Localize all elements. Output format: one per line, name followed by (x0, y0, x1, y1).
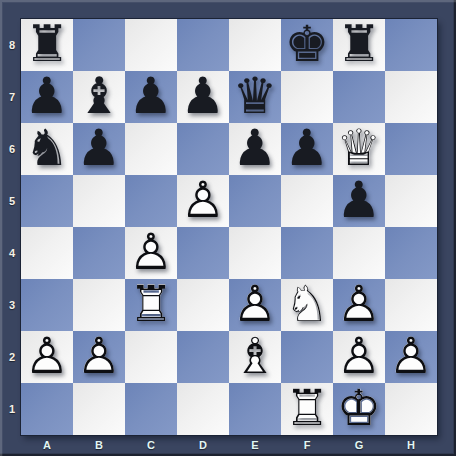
file-labels: ABCDEFGH (21, 437, 437, 456)
piece-white-pawn[interactable]: ♟♙ (125, 227, 177, 279)
black-pawn-icon: ♟ (229, 123, 281, 175)
square-a6[interactable]: ♞ (21, 123, 73, 175)
square-d4[interactable] (177, 227, 229, 279)
piece-black-pawn[interactable]: ♟ (333, 175, 385, 227)
file-label-g: G (333, 437, 385, 456)
piece-white-pawn[interactable]: ♟♙ (177, 175, 229, 227)
piece-black-knight[interactable]: ♞ (21, 123, 73, 175)
black-pawn-icon: ♟ (177, 71, 229, 123)
piece-white-rook[interactable]: ♜♖ (281, 383, 333, 435)
square-h8[interactable] (385, 19, 437, 71)
white-pawn-icon: ♙ (21, 331, 73, 383)
square-c5[interactable] (125, 175, 177, 227)
square-e5[interactable] (229, 175, 281, 227)
file-label-a: A (21, 437, 73, 456)
square-b7[interactable]: ♝ (73, 71, 125, 123)
square-c7[interactable]: ♟ (125, 71, 177, 123)
white-knight-icon: ♘ (281, 279, 333, 331)
piece-white-pawn[interactable]: ♟♙ (229, 279, 281, 331)
rank-label-8: 8 (0, 19, 21, 71)
rank-label-4: 4 (0, 227, 21, 279)
rank-label-7: 7 (0, 71, 21, 123)
square-g4[interactable] (333, 227, 385, 279)
square-c3[interactable]: ♜♖ (125, 279, 177, 331)
white-pawn-icon: ♙ (229, 279, 281, 331)
piece-black-bishop[interactable]: ♝ (73, 71, 125, 123)
white-pawn-icon: ♙ (333, 279, 385, 331)
piece-black-pawn[interactable]: ♟ (177, 71, 229, 123)
square-c2[interactable] (125, 331, 177, 383)
square-d1[interactable] (177, 383, 229, 435)
piece-white-pawn[interactable]: ♟♙ (333, 279, 385, 331)
square-d3[interactable] (177, 279, 229, 331)
square-f7[interactable] (281, 71, 333, 123)
square-d8[interactable] (177, 19, 229, 71)
piece-black-queen[interactable]: ♛ (229, 71, 281, 123)
piece-white-king[interactable]: ♚♔ (333, 383, 385, 435)
square-h1[interactable] (385, 383, 437, 435)
black-pawn-icon: ♟ (21, 71, 73, 123)
square-b4[interactable] (73, 227, 125, 279)
square-b3[interactable] (73, 279, 125, 331)
file-label-e: E (229, 437, 281, 456)
square-b8[interactable] (73, 19, 125, 71)
square-e7[interactable]: ♛ (229, 71, 281, 123)
piece-white-bishop[interactable]: ♝♗ (229, 331, 281, 383)
piece-white-rook[interactable]: ♜♖ (125, 279, 177, 331)
square-f6[interactable]: ♟ (281, 123, 333, 175)
rank-label-6: 6 (0, 123, 21, 175)
square-a1[interactable] (21, 383, 73, 435)
white-pawn-icon: ♙ (333, 331, 385, 383)
square-e8[interactable] (229, 19, 281, 71)
square-d7[interactable]: ♟ (177, 71, 229, 123)
file-label-b: B (73, 437, 125, 456)
black-queen-icon: ♛ (229, 71, 281, 123)
black-rook-icon: ♜ (21, 19, 73, 71)
square-e2[interactable]: ♝♗ (229, 331, 281, 383)
piece-white-pawn[interactable]: ♟♙ (73, 331, 125, 383)
square-g8[interactable]: ♜ (333, 19, 385, 71)
square-b5[interactable] (73, 175, 125, 227)
black-pawn-icon: ♟ (333, 175, 385, 227)
square-c4[interactable]: ♟♙ (125, 227, 177, 279)
rank-label-2: 2 (0, 331, 21, 383)
square-d6[interactable] (177, 123, 229, 175)
piece-black-king[interactable]: ♚ (281, 19, 333, 71)
square-a8[interactable]: ♜ (21, 19, 73, 71)
square-a5[interactable] (21, 175, 73, 227)
square-b1[interactable] (73, 383, 125, 435)
square-e3[interactable]: ♟♙ (229, 279, 281, 331)
square-e6[interactable]: ♟ (229, 123, 281, 175)
square-b6[interactable]: ♟ (73, 123, 125, 175)
square-f1[interactable]: ♜♖ (281, 383, 333, 435)
rank-label-3: 3 (0, 279, 21, 331)
white-rook-icon: ♖ (281, 383, 333, 435)
piece-black-pawn[interactable]: ♟ (125, 71, 177, 123)
file-label-f: F (281, 437, 333, 456)
file-label-h: H (385, 437, 437, 456)
piece-white-pawn[interactable]: ♟♙ (21, 331, 73, 383)
file-label-c: C (125, 437, 177, 456)
chess-board[interactable]: ♜♚♜♟♝♟♟♛♞♟♟♟♛♕♟♙♟♟♙♜♖♟♙♞♘♟♙♟♙♟♙♝♗♟♙♟♙♜♖♚… (21, 19, 437, 435)
square-g5[interactable]: ♟ (333, 175, 385, 227)
white-pawn-icon: ♙ (125, 227, 177, 279)
square-d2[interactable] (177, 331, 229, 383)
black-knight-icon: ♞ (21, 123, 73, 175)
square-b2[interactable]: ♟♙ (73, 331, 125, 383)
black-pawn-icon: ♟ (281, 123, 333, 175)
square-f4[interactable] (281, 227, 333, 279)
white-bishop-icon: ♗ (229, 331, 281, 383)
piece-black-pawn[interactable]: ♟ (73, 123, 125, 175)
square-c1[interactable] (125, 383, 177, 435)
black-king-icon: ♚ (281, 19, 333, 71)
piece-white-knight[interactable]: ♞♘ (281, 279, 333, 331)
square-c8[interactable] (125, 19, 177, 71)
square-h7[interactable] (385, 71, 437, 123)
square-a4[interactable] (21, 227, 73, 279)
piece-black-rook[interactable]: ♜ (21, 19, 73, 71)
square-e4[interactable] (229, 227, 281, 279)
square-h4[interactable] (385, 227, 437, 279)
square-f8[interactable]: ♚ (281, 19, 333, 71)
square-f2[interactable] (281, 331, 333, 383)
square-g7[interactable] (333, 71, 385, 123)
square-a7[interactable]: ♟ (21, 71, 73, 123)
file-label-d: D (177, 437, 229, 456)
white-pawn-icon: ♙ (385, 331, 437, 383)
white-rook-icon: ♖ (125, 279, 177, 331)
rank-label-1: 1 (0, 383, 21, 435)
square-g6[interactable]: ♛♕ (333, 123, 385, 175)
black-bishop-icon: ♝ (73, 71, 125, 123)
square-h3[interactable] (385, 279, 437, 331)
square-g2[interactable]: ♟♙ (333, 331, 385, 383)
white-pawn-icon: ♙ (73, 331, 125, 383)
white-queen-icon: ♕ (333, 123, 385, 175)
white-king-icon: ♔ (333, 383, 385, 435)
piece-black-pawn[interactable]: ♟ (281, 123, 333, 175)
piece-black-rook[interactable]: ♜ (333, 19, 385, 71)
black-pawn-icon: ♟ (73, 123, 125, 175)
black-pawn-icon: ♟ (125, 71, 177, 123)
square-h6[interactable] (385, 123, 437, 175)
square-e1[interactable] (229, 383, 281, 435)
chess-board-widget: 87654321 ♜♚♜♟♝♟♟♛♞♟♟♟♛♕♟♙♟♟♙♜♖♟♙♞♘♟♙♟♙♟♙… (0, 0, 456, 456)
piece-white-queen[interactable]: ♛♕ (333, 123, 385, 175)
rank-label-5: 5 (0, 175, 21, 227)
piece-black-pawn[interactable]: ♟ (21, 71, 73, 123)
white-pawn-icon: ♙ (177, 175, 229, 227)
square-h2[interactable]: ♟♙ (385, 331, 437, 383)
piece-white-pawn[interactable]: ♟♙ (333, 331, 385, 383)
piece-black-pawn[interactable]: ♟ (229, 123, 281, 175)
square-f5[interactable] (281, 175, 333, 227)
black-rook-icon: ♜ (333, 19, 385, 71)
square-h5[interactable] (385, 175, 437, 227)
square-d5[interactable]: ♟♙ (177, 175, 229, 227)
piece-white-pawn[interactable]: ♟♙ (385, 331, 437, 383)
square-g1[interactable]: ♚♔ (333, 383, 385, 435)
rank-labels: 87654321 (0, 19, 21, 435)
square-f3[interactable]: ♞♘ (281, 279, 333, 331)
square-a3[interactable] (21, 279, 73, 331)
square-c6[interactable] (125, 123, 177, 175)
square-a2[interactable]: ♟♙ (21, 331, 73, 383)
square-g3[interactable]: ♟♙ (333, 279, 385, 331)
